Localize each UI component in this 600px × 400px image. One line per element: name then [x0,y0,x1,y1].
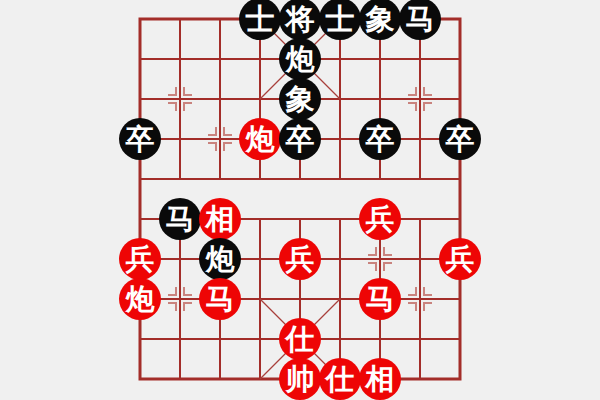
board-point: 马 [160,199,200,239]
board-point: 仕 [320,359,360,399]
board-point: 兵 [280,239,320,279]
board-point: 将 [280,0,320,39]
board-point: 马 [200,279,240,319]
board-point: 炮 [280,39,320,79]
piece-black-elephant[interactable]: 象 [279,78,321,120]
piece-black-advisor[interactable]: 士 [239,0,281,40]
board-point: 卒 [280,119,320,159]
board-point: 卒 [440,119,480,159]
board-point: 炮 [120,279,160,319]
board-point: 兵 [440,239,480,279]
piece-red-elephant[interactable]: 相 [359,358,401,400]
piece-black-horse[interactable]: 马 [159,198,201,240]
board-point: 马 [360,279,400,319]
board-point: 相 [200,199,240,239]
piece-red-pawn[interactable]: 兵 [119,238,161,280]
board-points: 士将士象马炮象卒炮卒卒卒马相兵兵炮兵兵炮马马仕帅仕相 [120,0,480,399]
board-point: 卒 [360,119,400,159]
piece-black-pawn[interactable]: 卒 [359,118,401,160]
piece-red-pawn[interactable]: 兵 [279,238,321,280]
piece-black-elephant[interactable]: 象 [359,0,401,40]
board-point: 相 [360,359,400,399]
piece-red-cannon[interactable]: 炮 [239,118,281,160]
piece-red-advisor[interactable]: 仕 [279,318,321,360]
board-point: 炮 [240,119,280,159]
board-point: 帅 [280,359,320,399]
piece-red-cannon[interactable]: 炮 [119,278,161,320]
point-marker [160,279,200,319]
piece-red-pawn[interactable]: 兵 [439,238,481,280]
piece-black-horse[interactable]: 马 [399,0,441,40]
board-point: 象 [280,79,320,119]
board-point: 马 [400,0,440,39]
point-marker [200,119,240,159]
piece-red-horse[interactable]: 马 [359,278,401,320]
piece-red-advisor[interactable]: 仕 [319,358,361,400]
board-point: 炮 [200,239,240,279]
piece-black-pawn[interactable]: 卒 [439,118,481,160]
piece-black-general[interactable]: 将 [279,0,321,40]
piece-black-pawn[interactable]: 卒 [119,118,161,160]
piece-black-cannon[interactable]: 炮 [199,238,241,280]
xiangqi-screen: { "game": { "name": "xiangqi", "descript… [0,0,600,400]
board-point: 卒 [120,119,160,159]
piece-black-pawn[interactable]: 卒 [279,118,321,160]
piece-red-pawn[interactable]: 兵 [359,198,401,240]
board-point: 兵 [360,199,400,239]
board-point: 士 [240,0,280,39]
board-point: 士 [320,0,360,39]
piece-black-advisor[interactable]: 士 [319,0,361,40]
piece-red-horse[interactable]: 马 [199,278,241,320]
point-marker [360,239,400,279]
board-point: 兵 [120,239,160,279]
point-marker [400,279,440,319]
point-marker [400,79,440,119]
piece-black-cannon[interactable]: 炮 [279,38,321,80]
piece-red-elephant[interactable]: 相 [199,198,241,240]
point-marker [160,79,200,119]
board-point: 仕 [280,319,320,359]
piece-red-general[interactable]: 帅 [279,358,321,400]
board-point: 象 [360,0,400,39]
